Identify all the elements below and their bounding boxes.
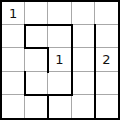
cell-r1c3[interactable] [72,25,95,48]
cell-r0c1[interactable] [25,2,48,25]
wall-v-leftof-col1-rows3-3[interactable] [24,71,26,96]
wall-v-leftof-col1-rows1-1[interactable] [24,24,26,49]
cell-r1c1[interactable] [25,25,48,48]
puzzle-board: 112 [0,0,120,120]
cell-r4c0[interactable] [2,95,25,118]
cell-r1c4[interactable] [95,25,118,48]
cell-r2c0[interactable] [2,48,25,71]
cell-r0c3[interactable] [72,2,95,25]
cell-r3c3[interactable] [72,72,95,95]
clue-digit-r2c4: 2 [102,53,110,66]
cell-r1c0[interactable] [2,25,25,48]
cell-r0c0[interactable]: 1 [2,2,25,25]
wall-v-leftof-col4-rows1-4[interactable] [94,24,96,119]
wall-v-leftof-col3-rows1-3[interactable] [71,24,73,96]
clue-digit-r2c2: 1 [55,53,63,66]
cell-r0c4[interactable] [95,2,118,25]
cell-r2c2[interactable]: 1 [48,48,71,71]
cell-r4c1[interactable] [25,95,48,118]
cell-r1c2[interactable] [48,25,71,48]
cell-r4c2[interactable] [48,95,71,118]
cell-r3c4[interactable] [95,72,118,95]
cell-r3c0[interactable] [2,72,25,95]
cell-r3c1[interactable] [25,72,48,95]
cell-r0c2[interactable] [48,2,71,25]
cell-r3c2[interactable] [48,72,71,95]
cell-r2c4[interactable]: 2 [95,48,118,71]
wall-h-above-row1-cols1-2[interactable] [24,24,72,26]
cell-grid: 112 [2,2,118,118]
clue-digit-r0c0: 1 [9,7,17,20]
cell-r4c3[interactable] [72,95,95,118]
cell-r2c1[interactable] [25,48,48,71]
wall-h-above-row2-cols1-1[interactable] [24,47,49,49]
wall-v-leftof-col2-rows2-2[interactable] [47,47,49,72]
cell-r2c3[interactable] [72,48,95,71]
cell-r4c4[interactable] [95,95,118,118]
wall-v-leftof-col2-rows4-4[interactable] [47,94,49,119]
